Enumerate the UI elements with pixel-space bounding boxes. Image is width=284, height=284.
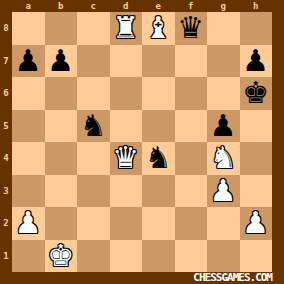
- square-d3[interactable]: [110, 175, 143, 208]
- square-d8[interactable]: ♜: [110, 12, 143, 45]
- square-c3[interactable]: [77, 175, 110, 208]
- black-pawn[interactable]: ♟: [242, 46, 269, 76]
- square-d1[interactable]: [110, 240, 143, 273]
- white-pawn[interactable]: ♟: [242, 208, 269, 238]
- square-b6[interactable]: [45, 77, 78, 110]
- square-c5[interactable]: ♞: [77, 110, 110, 143]
- white-pawn[interactable]: ♟: [15, 208, 42, 238]
- square-h7[interactable]: ♟: [240, 45, 273, 78]
- square-c8[interactable]: [77, 12, 110, 45]
- black-pawn[interactable]: ♟: [15, 46, 42, 76]
- square-a3[interactable]: [12, 175, 45, 208]
- square-d5[interactable]: [110, 110, 143, 143]
- black-king[interactable]: ♚: [242, 78, 269, 108]
- square-b3[interactable]: [45, 175, 78, 208]
- square-b8[interactable]: [45, 12, 78, 45]
- square-b7[interactable]: ♟: [45, 45, 78, 78]
- white-pawn[interactable]: ♟: [210, 176, 237, 206]
- square-f1[interactable]: [175, 240, 208, 273]
- square-e3[interactable]: [142, 175, 175, 208]
- rank-label-5: 5: [0, 110, 12, 143]
- square-b2[interactable]: [45, 207, 78, 240]
- square-e8[interactable]: ♝: [142, 12, 175, 45]
- square-a2[interactable]: ♟: [12, 207, 45, 240]
- square-e5[interactable]: [142, 110, 175, 143]
- square-b1[interactable]: ♚: [45, 240, 78, 273]
- rank-label-7: 7: [0, 45, 12, 78]
- black-knight[interactable]: ♞: [145, 143, 172, 173]
- square-a4[interactable]: [12, 142, 45, 175]
- square-h2[interactable]: ♟: [240, 207, 273, 240]
- square-d2[interactable]: [110, 207, 143, 240]
- black-queen[interactable]: ♛: [177, 13, 204, 43]
- square-g7[interactable]: [207, 45, 240, 78]
- square-c6[interactable]: [77, 77, 110, 110]
- rank-label-3: 3: [0, 175, 12, 208]
- square-e7[interactable]: [142, 45, 175, 78]
- square-f6[interactable]: [175, 77, 208, 110]
- white-rook[interactable]: ♜: [112, 13, 139, 43]
- square-g2[interactable]: [207, 207, 240, 240]
- square-e2[interactable]: [142, 207, 175, 240]
- board-bottom-border: CHESSGAMES.COM: [12, 272, 272, 284]
- square-a1[interactable]: [12, 240, 45, 273]
- square-d7[interactable]: [110, 45, 143, 78]
- square-c4[interactable]: [77, 142, 110, 175]
- square-f3[interactable]: [175, 175, 208, 208]
- square-b5[interactable]: [45, 110, 78, 143]
- rank-label-4: 4: [0, 142, 12, 175]
- white-king[interactable]: ♚: [47, 241, 74, 271]
- square-h5[interactable]: [240, 110, 273, 143]
- square-e4[interactable]: ♞: [142, 142, 175, 175]
- square-g3[interactable]: ♟: [207, 175, 240, 208]
- square-e1[interactable]: [142, 240, 175, 273]
- square-c7[interactable]: [77, 45, 110, 78]
- square-a6[interactable]: [12, 77, 45, 110]
- square-a5[interactable]: [12, 110, 45, 143]
- square-d4[interactable]: ♛: [110, 142, 143, 175]
- white-queen[interactable]: ♛: [112, 143, 139, 173]
- square-b4[interactable]: [45, 142, 78, 175]
- black-knight[interactable]: ♞: [80, 111, 107, 141]
- square-a7[interactable]: ♟: [12, 45, 45, 78]
- rank-label-2: 2: [0, 207, 12, 240]
- square-h8[interactable]: [240, 12, 273, 45]
- square-e6[interactable]: [142, 77, 175, 110]
- file-labels: abcdefgh: [12, 0, 272, 12]
- square-f7[interactable]: [175, 45, 208, 78]
- black-pawn[interactable]: ♟: [47, 46, 74, 76]
- square-h1[interactable]: [240, 240, 273, 273]
- rank-label-1: 1: [0, 240, 12, 273]
- square-c1[interactable]: [77, 240, 110, 273]
- square-f4[interactable]: [175, 142, 208, 175]
- chess-board-frame: abcdefgh 87654321 ♜♝♛♟♟♟♚♞♟♛♞♞♟♟♟♚ CHESS…: [0, 0, 284, 284]
- square-f8[interactable]: ♛: [175, 12, 208, 45]
- square-g6[interactable]: [207, 77, 240, 110]
- watermark: CHESSGAMES.COM: [193, 272, 272, 284]
- square-g8[interactable]: [207, 12, 240, 45]
- square-g5[interactable]: ♟: [207, 110, 240, 143]
- square-h6[interactable]: ♚: [240, 77, 273, 110]
- square-g1[interactable]: [207, 240, 240, 273]
- chess-board: ♜♝♛♟♟♟♚♞♟♛♞♞♟♟♟♚: [12, 12, 272, 272]
- black-pawn[interactable]: ♟: [210, 111, 237, 141]
- square-d6[interactable]: [110, 77, 143, 110]
- square-g4[interactable]: ♞: [207, 142, 240, 175]
- square-c2[interactable]: [77, 207, 110, 240]
- square-a8[interactable]: [12, 12, 45, 45]
- square-f2[interactable]: [175, 207, 208, 240]
- square-h4[interactable]: [240, 142, 273, 175]
- rank-labels: 87654321: [0, 12, 12, 272]
- square-f5[interactable]: [175, 110, 208, 143]
- white-knight[interactable]: ♞: [210, 143, 237, 173]
- rank-label-6: 6: [0, 77, 12, 110]
- rank-label-8: 8: [0, 12, 12, 45]
- square-h3[interactable]: [240, 175, 273, 208]
- white-bishop[interactable]: ♝: [145, 13, 172, 43]
